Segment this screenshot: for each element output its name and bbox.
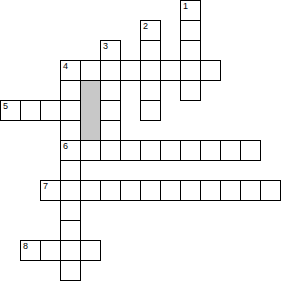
clue-number: 7 xyxy=(43,181,48,191)
crossword-cell[interactable] xyxy=(180,80,201,101)
crossword-cell[interactable] xyxy=(20,100,41,121)
crossword-grid: 12345678 xyxy=(0,0,281,281)
crossword-cell[interactable] xyxy=(180,140,201,161)
crossword-cell[interactable] xyxy=(100,140,121,161)
crossword-cell[interactable] xyxy=(120,140,141,161)
crossword-cell[interactable] xyxy=(40,100,61,121)
crossword-cell[interactable] xyxy=(140,140,161,161)
crossword-cell[interactable] xyxy=(100,120,121,141)
highlight-block[interactable] xyxy=(80,80,101,141)
crossword-cell[interactable] xyxy=(100,100,121,121)
crossword-cell[interactable] xyxy=(220,180,241,201)
crossword-cell[interactable] xyxy=(220,140,241,161)
crossword-cell[interactable] xyxy=(180,20,201,41)
crossword-cell[interactable] xyxy=(200,60,221,81)
crossword-cell[interactable]: 6 xyxy=(60,140,81,161)
crossword-cell[interactable] xyxy=(60,160,81,181)
crossword-cell[interactable] xyxy=(100,60,121,81)
crossword-cell[interactable]: 7 xyxy=(40,180,61,201)
crossword-cell[interactable] xyxy=(80,140,101,161)
crossword-cell[interactable] xyxy=(140,60,161,81)
crossword-cell[interactable] xyxy=(160,60,181,81)
clue-number: 4 xyxy=(63,61,68,71)
clue-number: 8 xyxy=(23,241,28,251)
clue-number: 1 xyxy=(183,1,188,11)
crossword-cell[interactable] xyxy=(240,180,261,201)
crossword-cell[interactable] xyxy=(60,80,81,101)
crossword-cell[interactable] xyxy=(180,60,201,81)
crossword-cell[interactable] xyxy=(200,180,221,201)
crossword-cell[interactable] xyxy=(60,200,81,221)
crossword-cell[interactable] xyxy=(240,140,261,161)
clue-number: 5 xyxy=(3,101,8,111)
crossword-cell[interactable] xyxy=(160,140,181,161)
crossword-cell[interactable] xyxy=(80,180,101,201)
crossword-cell[interactable] xyxy=(100,180,121,201)
crossword-cell[interactable] xyxy=(140,180,161,201)
crossword-cell[interactable] xyxy=(180,40,201,61)
crossword-cell[interactable] xyxy=(60,260,81,281)
crossword-cell[interactable] xyxy=(160,180,181,201)
crossword-cell[interactable] xyxy=(260,180,281,201)
crossword-cell[interactable] xyxy=(60,180,81,201)
crossword-cell[interactable]: 1 xyxy=(180,0,201,21)
crossword-cell[interactable]: 5 xyxy=(0,100,21,121)
crossword-cell[interactable]: 4 xyxy=(60,60,81,81)
crossword-cell[interactable]: 8 xyxy=(20,240,41,261)
crossword-cell[interactable] xyxy=(80,240,101,261)
crossword-cell[interactable] xyxy=(120,60,141,81)
crossword-cell[interactable]: 3 xyxy=(100,40,121,61)
crossword-puzzle: 12345678 xyxy=(0,0,281,281)
crossword-cell[interactable] xyxy=(120,180,141,201)
clue-number: 2 xyxy=(143,21,148,31)
crossword-cell[interactable] xyxy=(140,100,161,121)
crossword-cell[interactable] xyxy=(60,100,81,121)
crossword-cell[interactable] xyxy=(180,180,201,201)
clue-number: 3 xyxy=(103,41,108,51)
crossword-cell[interactable] xyxy=(140,80,161,101)
crossword-cell[interactable]: 2 xyxy=(140,20,161,41)
crossword-cell[interactable] xyxy=(100,80,121,101)
crossword-cell[interactable] xyxy=(80,60,101,81)
crossword-cell[interactable] xyxy=(200,140,221,161)
clue-number: 6 xyxy=(63,141,68,151)
crossword-cell[interactable] xyxy=(40,240,61,261)
crossword-cell[interactable] xyxy=(60,220,81,241)
crossword-cell[interactable] xyxy=(140,40,161,61)
crossword-cell[interactable] xyxy=(60,120,81,141)
crossword-cell[interactable] xyxy=(60,240,81,261)
